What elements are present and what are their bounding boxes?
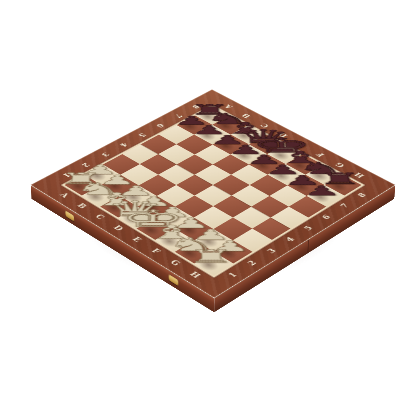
pieces-layer: ♜♞♝♛♚♝♞♜♟♟♟♟♟♟♟♟♟♟♟♟♟♟♟♟♜♞♝♛♚♝♞♜ — [31, 90, 396, 298]
piece-shadow — [151, 231, 188, 253]
piece-white-pawn-h2[interactable]: ♟ — [188, 239, 272, 254]
piece-white-king-e1[interactable]: ♚ — [111, 207, 194, 230]
piece-shadow — [190, 254, 228, 277]
piece-shadow — [190, 231, 227, 253]
piece-white-rook-h1[interactable]: ♜ — [168, 248, 253, 266]
piece-white-knight-g1[interactable]: ♞ — [149, 235, 233, 253]
brass-clasp-icon — [169, 274, 179, 286]
piece-black-pawn-h7[interactable]: ♟ — [281, 184, 363, 197]
scene: ABCDEFGHABCDEFGH8765432187654321 ♜♞♝♛♚♝♞… — [0, 0, 400, 400]
piece-shadow — [170, 242, 207, 264]
chess-board: ABCDEFGHABCDEFGH8765432187654321 ♜♞♝♛♚♝♞… — [31, 90, 396, 298]
fold-seam-edge — [307, 240, 308, 254]
piece-white-pawn-g2[interactable]: ♟ — [169, 227, 253, 241]
brass-clasp-icon — [65, 210, 74, 221]
piece-shadow — [209, 242, 246, 264]
